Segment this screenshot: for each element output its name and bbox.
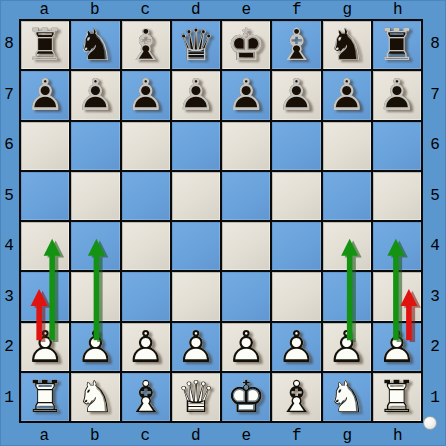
piece-white-pawn[interactable]: ♟♙ <box>323 323 371 371</box>
square-b4[interactable] <box>71 222 119 270</box>
square-d2[interactable]: ♟♙ <box>172 323 220 371</box>
square-e3[interactable] <box>222 272 270 320</box>
piece-white-queen[interactable]: ♛♕ <box>172 373 220 421</box>
square-a6[interactable] <box>21 122 69 170</box>
square-b1[interactable]: ♞♘ <box>71 373 119 421</box>
rank-label: 8 <box>0 19 18 70</box>
file-label: g <box>322 427 373 445</box>
square-d1[interactable]: ♛♕ <box>172 373 220 421</box>
piece-black-knight[interactable]: ♞♘ <box>71 21 119 69</box>
rank-label: 2 <box>0 322 18 373</box>
piece-black-pawn[interactable]: ♟♙ <box>21 71 69 119</box>
file-label: b <box>70 427 121 445</box>
square-c6[interactable] <box>122 122 170 170</box>
square-f2[interactable]: ♟♙ <box>272 323 320 371</box>
square-c4[interactable] <box>122 222 170 270</box>
piece-white-pawn[interactable]: ♟♙ <box>172 323 220 371</box>
file-label: f <box>272 1 323 19</box>
square-b5[interactable] <box>71 172 119 220</box>
file-labels-top: abcdefgh <box>19 1 423 18</box>
square-d5[interactable] <box>172 172 220 220</box>
file-labels-bottom: abcdefgh <box>19 427 423 444</box>
chess-board[interactable]: ♜♖♞♘♝♗♛♕♚♔♝♗♞♘♜♖♟♙♟♙♟♙♟♙♟♙♟♙♟♙♟♙♟♙♟♙♟♙♟♙… <box>19 19 423 423</box>
rank-labels-right: 87654321 <box>425 19 445 423</box>
file-label: h <box>373 427 424 445</box>
square-c2[interactable]: ♟♙ <box>122 323 170 371</box>
file-label: f <box>272 427 323 445</box>
square-g1[interactable]: ♞♘ <box>323 373 371 421</box>
square-b8[interactable]: ♞♘ <box>71 21 119 69</box>
square-h7[interactable]: ♟♙ <box>373 71 421 119</box>
piece-black-pawn[interactable]: ♟♙ <box>71 71 119 119</box>
square-h4[interactable] <box>373 222 421 270</box>
square-a8[interactable]: ♜♖ <box>21 21 69 69</box>
piece-black-pawn[interactable]: ♟♙ <box>272 71 320 119</box>
square-h1[interactable]: ♜♖ <box>373 373 421 421</box>
piece-white-pawn[interactable]: ♟♙ <box>122 323 170 371</box>
file-label: b <box>70 1 121 19</box>
square-g8[interactable]: ♞♘ <box>323 21 371 69</box>
square-d3[interactable] <box>172 272 220 320</box>
square-e7[interactable]: ♟♙ <box>222 71 270 119</box>
piece-black-bishop[interactable]: ♝♗ <box>272 21 320 69</box>
square-g6[interactable] <box>323 122 371 170</box>
file-label: d <box>171 427 222 445</box>
file-label: h <box>373 1 424 19</box>
piece-black-pawn[interactable]: ♟♙ <box>172 71 220 119</box>
square-g7[interactable]: ♟♙ <box>323 71 371 119</box>
rank-label: 5 <box>425 171 445 222</box>
rank-label: 3 <box>425 272 445 323</box>
piece-white-rook[interactable]: ♜♖ <box>373 373 421 421</box>
file-label: e <box>221 1 272 19</box>
square-d8[interactable]: ♛♕ <box>172 21 220 69</box>
square-g5[interactable] <box>323 172 371 220</box>
rank-label: 6 <box>425 120 445 171</box>
rank-label: 1 <box>0 373 18 424</box>
square-f5[interactable] <box>272 172 320 220</box>
rank-label: 3 <box>0 272 18 323</box>
square-h8[interactable]: ♜♖ <box>373 21 421 69</box>
square-f7[interactable]: ♟♙ <box>272 71 320 119</box>
piece-black-queen[interactable]: ♛♕ <box>172 21 220 69</box>
piece-black-pawn[interactable]: ♟♙ <box>373 71 421 119</box>
square-d7[interactable]: ♟♙ <box>172 71 220 119</box>
square-b6[interactable] <box>71 122 119 170</box>
piece-black-king[interactable]: ♚♔ <box>222 21 270 69</box>
square-e8[interactable]: ♚♔ <box>222 21 270 69</box>
square-f6[interactable] <box>272 122 320 170</box>
chess-app-canvas: abcdefgh 87654321 ♜♖♞♘♝♗♛♕♚♔♝♗♞♘♜♖♟♙♟♙♟♙… <box>0 0 446 446</box>
square-e4[interactable] <box>222 222 270 270</box>
piece-white-pawn[interactable]: ♟♙ <box>71 323 119 371</box>
square-h6[interactable] <box>373 122 421 170</box>
file-label: a <box>19 427 70 445</box>
piece-white-bishop[interactable]: ♝♗ <box>122 373 170 421</box>
square-a2[interactable]: ♟♙ <box>21 323 69 371</box>
rank-label: 7 <box>0 70 18 121</box>
piece-white-pawn[interactable]: ♟♙ <box>222 323 270 371</box>
square-e5[interactable] <box>222 172 270 220</box>
piece-black-rook[interactable]: ♜♖ <box>21 21 69 69</box>
square-c7[interactable]: ♟♙ <box>122 71 170 119</box>
piece-black-pawn[interactable]: ♟♙ <box>323 71 371 119</box>
rank-label: 7 <box>425 70 445 121</box>
piece-black-rook[interactable]: ♜♖ <box>373 21 421 69</box>
square-h2[interactable]: ♟♙ <box>373 323 421 371</box>
square-a5[interactable] <box>21 172 69 220</box>
rank-label: 4 <box>425 221 445 272</box>
file-label: e <box>221 427 272 445</box>
square-f1[interactable]: ♝♗ <box>272 373 320 421</box>
square-b3[interactable] <box>71 272 119 320</box>
piece-white-knight[interactable]: ♞♘ <box>71 373 119 421</box>
white-to-move-indicator <box>423 416 437 430</box>
rank-label: 2 <box>425 322 445 373</box>
piece-white-pawn[interactable]: ♟♙ <box>21 323 69 371</box>
square-g3[interactable] <box>323 272 371 320</box>
file-label: d <box>171 1 222 19</box>
piece-white-pawn[interactable]: ♟♙ <box>272 323 320 371</box>
piece-black-knight[interactable]: ♞♘ <box>323 21 371 69</box>
square-f4[interactable] <box>272 222 320 270</box>
square-e6[interactable] <box>222 122 270 170</box>
square-e1[interactable]: ♚♔ <box>222 373 270 421</box>
square-b2[interactable]: ♟♙ <box>71 323 119 371</box>
piece-white-bishop[interactable]: ♝♗ <box>272 373 320 421</box>
square-f3[interactable] <box>272 272 320 320</box>
rank-label: 8 <box>425 19 445 70</box>
square-h3[interactable] <box>373 272 421 320</box>
square-c5[interactable] <box>122 172 170 220</box>
square-d6[interactable] <box>172 122 220 170</box>
square-d4[interactable] <box>172 222 220 270</box>
square-h5[interactable] <box>373 172 421 220</box>
rank-label: 6 <box>0 120 18 171</box>
file-label: g <box>322 1 373 19</box>
rank-label: 4 <box>0 221 18 272</box>
square-a1[interactable]: ♜♖ <box>21 373 69 421</box>
file-label: a <box>19 1 70 19</box>
piece-white-pawn[interactable]: ♟♙ <box>373 323 421 371</box>
piece-black-pawn[interactable]: ♟♙ <box>122 71 170 119</box>
piece-white-king[interactable]: ♚♔ <box>222 373 270 421</box>
square-f8[interactable]: ♝♗ <box>272 21 320 69</box>
piece-black-bishop[interactable]: ♝♗ <box>122 21 170 69</box>
square-a4[interactable] <box>21 222 69 270</box>
square-g4[interactable] <box>323 222 371 270</box>
rank-labels-left: 87654321 <box>0 19 18 423</box>
rank-label: 5 <box>0 171 18 222</box>
file-label: c <box>120 427 171 445</box>
square-a7[interactable]: ♟♙ <box>21 71 69 119</box>
piece-white-knight[interactable]: ♞♘ <box>323 373 371 421</box>
piece-black-pawn[interactable]: ♟♙ <box>222 71 270 119</box>
piece-white-rook[interactable]: ♜♖ <box>21 373 69 421</box>
square-b7[interactable]: ♟♙ <box>71 71 119 119</box>
square-a3[interactable] <box>21 272 69 320</box>
square-c1[interactable]: ♝♗ <box>122 373 170 421</box>
file-label: c <box>120 1 171 19</box>
square-c8[interactable]: ♝♗ <box>122 21 170 69</box>
square-g2[interactable]: ♟♙ <box>323 323 371 371</box>
square-e2[interactable]: ♟♙ <box>222 323 270 371</box>
square-c3[interactable] <box>122 272 170 320</box>
